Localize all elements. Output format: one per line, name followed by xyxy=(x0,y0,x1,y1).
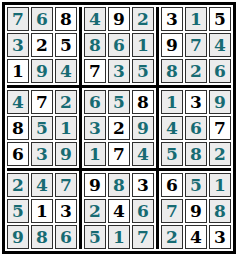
cell-r6c4[interactable]: 1 xyxy=(84,142,106,166)
cell-r2c7[interactable]: 9 xyxy=(161,33,183,57)
cell-r3c3[interactable]: 4 xyxy=(55,59,77,83)
cell-r4c1[interactable]: 4 xyxy=(7,90,29,114)
cell-r9c7[interactable]: 2 xyxy=(161,225,183,249)
cell-r6c5[interactable]: 7 xyxy=(108,142,130,166)
cell-r5c1[interactable]: 8 xyxy=(7,116,29,140)
cell-r5c8[interactable]: 6 xyxy=(185,116,207,140)
cell-r7c4[interactable]: 9 xyxy=(84,173,106,197)
cell-r1c2[interactable]: 6 xyxy=(31,7,53,31)
cell-r4c7[interactable]: 1 xyxy=(161,90,183,114)
cell-r1c8[interactable]: 1 xyxy=(185,7,207,31)
cell-r3c2[interactable]: 9 xyxy=(31,59,53,83)
cell-r5c5[interactable]: 2 xyxy=(108,116,130,140)
cell-r4c8[interactable]: 3 xyxy=(185,90,207,114)
cell-r2c4[interactable]: 8 xyxy=(84,33,106,57)
cell-r9c1[interactable]: 9 xyxy=(7,225,29,249)
cell-r6c8[interactable]: 8 xyxy=(185,142,207,166)
box-divider-horizontal xyxy=(7,85,231,88)
cell-r6c7[interactable]: 5 xyxy=(161,142,183,166)
cell-r5c3[interactable]: 1 xyxy=(55,116,77,140)
cell-r2c6[interactable]: 1 xyxy=(132,33,154,57)
cell-r1c7[interactable]: 3 xyxy=(161,7,183,31)
cell-r5c7[interactable]: 4 xyxy=(161,116,183,140)
cell-r9c2[interactable]: 8 xyxy=(31,225,53,249)
cell-r4c4[interactable]: 6 xyxy=(84,90,106,114)
page: 7684923153258619741947358264726581398513… xyxy=(0,0,240,254)
cell-r1c1[interactable]: 7 xyxy=(7,7,29,31)
cell-r9c4[interactable]: 5 xyxy=(84,225,106,249)
cell-r3c9[interactable]: 6 xyxy=(209,59,231,83)
cell-r6c6[interactable]: 4 xyxy=(132,142,154,166)
sudoku-board: 7684923153258619741947358264726581398513… xyxy=(2,2,236,254)
cell-r8c5[interactable]: 4 xyxy=(108,199,130,223)
cell-r2c5[interactable]: 6 xyxy=(108,33,130,57)
cell-r7c3[interactable]: 7 xyxy=(55,173,77,197)
cell-r1c6[interactable]: 2 xyxy=(132,7,154,31)
cell-r8c2[interactable]: 1 xyxy=(31,199,53,223)
cell-r5c6[interactable]: 9 xyxy=(132,116,154,140)
box-divider-vertical xyxy=(79,7,82,249)
cell-r3c6[interactable]: 5 xyxy=(132,59,154,83)
cell-r5c4[interactable]: 3 xyxy=(84,116,106,140)
cell-r8c1[interactable]: 5 xyxy=(7,199,29,223)
cell-r7c2[interactable]: 4 xyxy=(31,173,53,197)
cell-r4c3[interactable]: 2 xyxy=(55,90,77,114)
cell-r7c8[interactable]: 5 xyxy=(185,173,207,197)
cell-r3c4[interactable]: 7 xyxy=(84,59,106,83)
box-divider-horizontal xyxy=(7,168,231,171)
cell-r8c9[interactable]: 8 xyxy=(209,199,231,223)
cell-r7c1[interactable]: 2 xyxy=(7,173,29,197)
cell-r2c8[interactable]: 7 xyxy=(185,33,207,57)
cell-r1c4[interactable]: 4 xyxy=(84,7,106,31)
cell-r4c2[interactable]: 7 xyxy=(31,90,53,114)
cell-r5c2[interactable]: 5 xyxy=(31,116,53,140)
cell-r7c6[interactable]: 3 xyxy=(132,173,154,197)
cell-r3c7[interactable]: 8 xyxy=(161,59,183,83)
cell-r2c2[interactable]: 2 xyxy=(31,33,53,57)
cell-r4c5[interactable]: 5 xyxy=(108,90,130,114)
cell-r9c6[interactable]: 7 xyxy=(132,225,154,249)
cell-r1c9[interactable]: 5 xyxy=(209,7,231,31)
box-divider-vertical xyxy=(156,7,159,249)
cell-r4c6[interactable]: 8 xyxy=(132,90,154,114)
cell-r6c2[interactable]: 3 xyxy=(31,142,53,166)
cell-r8c6[interactable]: 6 xyxy=(132,199,154,223)
cell-r3c8[interactable]: 2 xyxy=(185,59,207,83)
cell-r8c3[interactable]: 3 xyxy=(55,199,77,223)
cell-r2c1[interactable]: 3 xyxy=(7,33,29,57)
cell-r3c1[interactable]: 1 xyxy=(7,59,29,83)
cell-r9c9[interactable]: 3 xyxy=(209,225,231,249)
cell-r7c7[interactable]: 6 xyxy=(161,173,183,197)
cell-r5c9[interactable]: 7 xyxy=(209,116,231,140)
cell-r7c9[interactable]: 1 xyxy=(209,173,231,197)
cell-r6c1[interactable]: 6 xyxy=(7,142,29,166)
cell-r7c5[interactable]: 8 xyxy=(108,173,130,197)
cell-r8c8[interactable]: 9 xyxy=(185,199,207,223)
cell-r3c5[interactable]: 3 xyxy=(108,59,130,83)
cell-r4c9[interactable]: 9 xyxy=(209,90,231,114)
cell-r6c3[interactable]: 9 xyxy=(55,142,77,166)
cell-r8c4[interactable]: 2 xyxy=(84,199,106,223)
cell-r2c9[interactable]: 4 xyxy=(209,33,231,57)
cell-r2c3[interactable]: 5 xyxy=(55,33,77,57)
cell-r6c9[interactable]: 2 xyxy=(209,142,231,166)
cell-r9c3[interactable]: 6 xyxy=(55,225,77,249)
cell-r1c5[interactable]: 9 xyxy=(108,7,130,31)
cell-r1c3[interactable]: 8 xyxy=(55,7,77,31)
cell-r9c8[interactable]: 4 xyxy=(185,225,207,249)
cell-r8c7[interactable]: 7 xyxy=(161,199,183,223)
cell-r9c5[interactable]: 1 xyxy=(108,225,130,249)
